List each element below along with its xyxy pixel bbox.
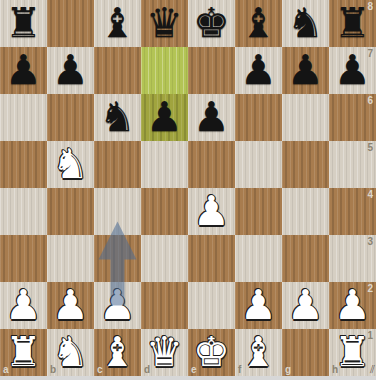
piece-black-pawn[interactable]: ♟ (52, 47, 89, 94)
square-c2[interactable]: ♟ (94, 282, 141, 329)
square-b3[interactable] (47, 235, 94, 282)
piece-white-king[interactable]: ♚ (193, 329, 230, 376)
square-a2[interactable]: ♟ (0, 282, 47, 329)
square-g3[interactable] (282, 235, 329, 282)
square-b7[interactable]: ♟ (47, 47, 94, 94)
piece-white-bishop[interactable]: ♝ (240, 329, 277, 376)
piece-white-rook[interactable]: ♜ (5, 329, 42, 376)
square-e6[interactable]: ♟ (188, 94, 235, 141)
file-label-g: g (285, 364, 291, 375)
square-h4[interactable]: 4 (329, 188, 376, 235)
square-c3[interactable] (94, 235, 141, 282)
square-f1[interactable]: ♝f (235, 329, 282, 376)
square-e1[interactable]: ♚e (188, 329, 235, 376)
square-g8[interactable]: ♞ (282, 0, 329, 47)
square-d2[interactable] (141, 282, 188, 329)
square-d8[interactable]: ♛ (141, 0, 188, 47)
square-e4[interactable]: ♟ (188, 188, 235, 235)
square-f5[interactable] (235, 141, 282, 188)
square-e8[interactable]: ♚ (188, 0, 235, 47)
piece-black-pawn[interactable]: ♟ (5, 47, 42, 94)
piece-black-bishop[interactable]: ♝ (99, 0, 136, 47)
square-g6[interactable] (282, 94, 329, 141)
square-d6[interactable]: ♟ (141, 94, 188, 141)
square-h2[interactable]: ♟2 (329, 282, 376, 329)
square-a3[interactable] (0, 235, 47, 282)
piece-white-pawn[interactable]: ♟ (240, 282, 277, 329)
square-b1[interactable]: ♞b (47, 329, 94, 376)
square-e3[interactable] (188, 235, 235, 282)
square-b2[interactable]: ♟ (47, 282, 94, 329)
piece-white-knight[interactable]: ♞ (52, 141, 89, 188)
board-resize-handle-icon[interactable]: ⫽ (361, 363, 375, 377)
piece-black-rook[interactable]: ♜ (334, 0, 371, 47)
square-h6[interactable]: 6 (329, 94, 376, 141)
square-f7[interactable]: ♟ (235, 47, 282, 94)
piece-black-pawn[interactable]: ♟ (240, 47, 277, 94)
square-f8[interactable]: ♝ (235, 0, 282, 47)
square-d3[interactable] (141, 235, 188, 282)
square-g7[interactable]: ♟ (282, 47, 329, 94)
piece-black-queen[interactable]: ♛ (146, 0, 183, 47)
square-c5[interactable] (94, 141, 141, 188)
piece-white-pawn[interactable]: ♟ (99, 282, 136, 329)
square-c4[interactable] (94, 188, 141, 235)
square-h5[interactable]: 5 (329, 141, 376, 188)
square-b4[interactable] (47, 188, 94, 235)
square-h7[interactable]: ♟7 (329, 47, 376, 94)
square-c7[interactable] (94, 47, 141, 94)
square-g1[interactable]: g (282, 329, 329, 376)
square-f2[interactable]: ♟ (235, 282, 282, 329)
square-d7[interactable] (141, 47, 188, 94)
square-h8[interactable]: ♜8 (329, 0, 376, 47)
rank-label-3: 3 (367, 236, 373, 247)
square-g2[interactable]: ♟ (282, 282, 329, 329)
piece-black-rook[interactable]: ♜ (5, 0, 42, 47)
square-e5[interactable] (188, 141, 235, 188)
piece-black-knight[interactable]: ♞ (287, 0, 324, 47)
piece-white-pawn[interactable]: ♟ (52, 282, 89, 329)
piece-black-pawn[interactable]: ♟ (146, 94, 183, 141)
rank-label-6: 6 (367, 95, 373, 106)
square-d1[interactable]: ♛d (141, 329, 188, 376)
piece-white-queen[interactable]: ♛ (146, 329, 183, 376)
square-a6[interactable] (0, 94, 47, 141)
piece-white-pawn[interactable]: ♟ (334, 282, 371, 329)
piece-white-knight[interactable]: ♞ (52, 329, 89, 376)
square-a7[interactable]: ♟ (0, 47, 47, 94)
square-f4[interactable] (235, 188, 282, 235)
piece-white-pawn[interactable]: ♟ (5, 282, 42, 329)
piece-white-pawn[interactable]: ♟ (287, 282, 324, 329)
square-f3[interactable] (235, 235, 282, 282)
square-e7[interactable] (188, 47, 235, 94)
square-c6[interactable]: ♞ (94, 94, 141, 141)
square-a4[interactable] (0, 188, 47, 235)
square-f6[interactable] (235, 94, 282, 141)
square-d5[interactable] (141, 141, 188, 188)
window-background-strip (0, 376, 376, 380)
square-d4[interactable] (141, 188, 188, 235)
piece-white-pawn[interactable]: ♟ (193, 188, 230, 235)
square-h3[interactable]: 3 (329, 235, 376, 282)
square-a5[interactable] (0, 141, 47, 188)
square-g5[interactable] (282, 141, 329, 188)
rank-label-4: 4 (367, 189, 373, 200)
square-c8[interactable]: ♝ (94, 0, 141, 47)
piece-black-pawn[interactable]: ♟ (193, 94, 230, 141)
chess-app-stage: ♜♝♛♚♝♞♜8♟♟♟♟♟7♞♟♟6♞5♟43♟♟♟♟♟♟2♜a♞b♝c♛d♚e… (0, 0, 376, 380)
chess-board[interactable]: ♜♝♛♚♝♞♜8♟♟♟♟♟7♞♟♟6♞5♟43♟♟♟♟♟♟2♜a♞b♝c♛d♚e… (0, 0, 376, 376)
piece-black-knight[interactable]: ♞ (99, 94, 136, 141)
square-b8[interactable] (47, 0, 94, 47)
piece-black-bishop[interactable]: ♝ (240, 0, 277, 47)
square-a1[interactable]: ♜a (0, 329, 47, 376)
square-a8[interactable]: ♜ (0, 0, 47, 47)
square-b5[interactable]: ♞ (47, 141, 94, 188)
piece-black-king[interactable]: ♚ (193, 0, 230, 47)
piece-black-pawn[interactable]: ♟ (334, 47, 371, 94)
piece-black-pawn[interactable]: ♟ (287, 47, 324, 94)
rank-label-5: 5 (367, 142, 373, 153)
piece-white-bishop[interactable]: ♝ (99, 329, 136, 376)
square-e2[interactable] (188, 282, 235, 329)
square-g4[interactable] (282, 188, 329, 235)
square-c1[interactable]: ♝c (94, 329, 141, 376)
square-b6[interactable] (47, 94, 94, 141)
